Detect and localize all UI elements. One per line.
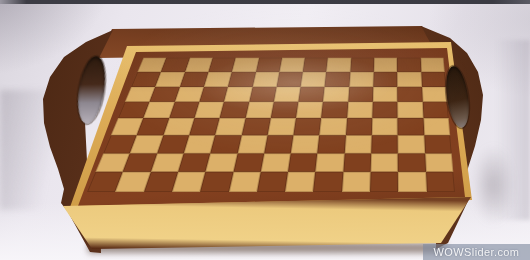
watermark: WOWSlider.com	[423, 244, 530, 260]
board-square	[237, 135, 267, 153]
board-square	[245, 102, 273, 118]
tray-side-shadow	[470, 130, 528, 240]
board-square	[229, 172, 261, 192]
board-square	[397, 72, 421, 87]
board-square	[350, 58, 374, 72]
board-square	[398, 135, 425, 153]
board-square	[303, 58, 328, 72]
watermark-text: WOWSlider.com	[434, 246, 520, 258]
board-square	[271, 102, 299, 118]
board-square	[347, 102, 373, 118]
board-square	[327, 58, 352, 72]
board-square	[370, 172, 398, 192]
board-square	[426, 172, 455, 192]
board-square	[422, 86, 448, 101]
board-square	[398, 153, 426, 172]
board-square	[279, 58, 305, 72]
board-square	[398, 86, 423, 101]
board-square	[215, 118, 245, 135]
board-square	[423, 118, 450, 135]
board-square	[232, 58, 259, 72]
board-square	[372, 118, 398, 135]
board-square	[249, 86, 277, 101]
board-square	[342, 172, 371, 192]
board-square	[291, 135, 320, 153]
board-square	[313, 172, 343, 192]
board-square	[425, 153, 453, 172]
board-square	[228, 72, 256, 87]
board-square	[252, 72, 279, 87]
board-square	[371, 135, 398, 153]
board-square	[320, 118, 347, 135]
board-square	[372, 102, 397, 118]
board-square	[261, 153, 291, 172]
board-square	[256, 58, 282, 72]
board-square	[373, 72, 397, 87]
board-square	[421, 72, 446, 87]
photo-top-edge	[0, 0, 530, 4]
board-square	[241, 118, 270, 135]
photo-stage: WOWSlider.com	[0, 0, 530, 260]
board-square	[322, 102, 349, 118]
board-square	[424, 135, 452, 153]
board-square	[325, 72, 350, 87]
board-square	[422, 102, 448, 118]
board-square	[323, 86, 349, 101]
board-square	[298, 86, 324, 101]
board-square	[285, 172, 315, 192]
board-square	[398, 102, 424, 118]
board-square	[398, 172, 426, 192]
board-square	[274, 86, 301, 101]
board-square	[343, 153, 371, 172]
board-square	[288, 153, 318, 172]
board-square	[318, 135, 346, 153]
board-square	[374, 58, 398, 72]
board-square	[371, 153, 399, 172]
board-square	[348, 86, 373, 101]
board-square	[398, 118, 424, 135]
board-square	[277, 72, 303, 87]
checkerboard	[87, 58, 455, 192]
board-square	[233, 153, 264, 172]
board-square	[397, 58, 421, 72]
board-square	[220, 102, 249, 118]
board-square	[267, 118, 296, 135]
board-square	[373, 86, 398, 101]
board-square	[301, 72, 327, 87]
board-square	[257, 172, 288, 192]
board-square	[316, 153, 345, 172]
board-square	[294, 118, 322, 135]
board-square	[420, 58, 444, 72]
board-square	[344, 135, 371, 153]
board-square	[296, 102, 323, 118]
board-square	[349, 72, 374, 87]
board-square	[346, 118, 373, 135]
board-square	[224, 86, 252, 101]
board-square	[264, 135, 293, 153]
